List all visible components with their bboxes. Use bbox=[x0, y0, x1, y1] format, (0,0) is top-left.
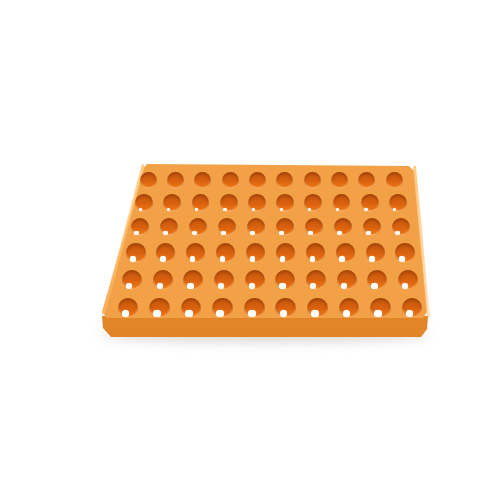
hole-r3c4 bbox=[218, 218, 237, 237]
hole-r2c10 bbox=[389, 194, 407, 212]
hole-r4c6 bbox=[276, 243, 295, 262]
hole-r3c8 bbox=[334, 218, 353, 237]
through-hole-dot bbox=[216, 310, 224, 318]
hole-r5c4 bbox=[214, 270, 234, 290]
hole-r3c5 bbox=[247, 218, 266, 237]
hole-r2c8 bbox=[333, 194, 351, 212]
hole-r2c4 bbox=[220, 194, 238, 212]
through-hole-dot bbox=[252, 208, 255, 211]
hole-r1c7 bbox=[304, 172, 321, 189]
hole-r4c4 bbox=[216, 243, 235, 262]
through-hole-dot bbox=[339, 256, 344, 261]
hole-r4c2 bbox=[156, 243, 175, 262]
through-hole-dot bbox=[279, 283, 285, 289]
hole-r3c1 bbox=[131, 218, 150, 237]
through-hole-dot bbox=[250, 256, 255, 261]
hole-r3c6 bbox=[276, 218, 295, 237]
hole-r6c9 bbox=[370, 298, 391, 319]
hole-r6c10 bbox=[402, 298, 423, 319]
hole-r6c3 bbox=[181, 298, 202, 319]
hole-r4c3 bbox=[186, 243, 205, 262]
product-photo-canvas bbox=[0, 0, 500, 500]
hole-r1c8 bbox=[331, 172, 348, 189]
through-hole-dot bbox=[223, 208, 226, 211]
through-hole-dot bbox=[130, 256, 135, 261]
hole-r6c6 bbox=[275, 298, 296, 319]
through-hole-dot bbox=[185, 310, 193, 318]
hole-r1c1 bbox=[140, 172, 157, 189]
hole-r5c9 bbox=[367, 270, 387, 290]
through-hole-dot bbox=[192, 231, 196, 235]
hole-r6c7 bbox=[307, 298, 328, 319]
through-hole-dot bbox=[395, 231, 399, 235]
through-hole-dot bbox=[393, 208, 396, 211]
hole-r1c10 bbox=[386, 172, 403, 189]
hole-r1c3 bbox=[194, 172, 211, 189]
through-hole-dot bbox=[160, 256, 165, 261]
through-hole-dot bbox=[250, 231, 254, 235]
hole-r4c8 bbox=[336, 243, 355, 262]
through-hole-dot bbox=[280, 310, 288, 318]
hole-r1c2 bbox=[167, 172, 184, 189]
hole-r1c5 bbox=[249, 172, 266, 189]
hole-r2c6 bbox=[276, 194, 294, 212]
hole-r5c2 bbox=[153, 270, 173, 290]
hole-r6c8 bbox=[339, 298, 360, 319]
hole-r2c1 bbox=[135, 194, 153, 212]
hole-r5c1 bbox=[122, 270, 142, 290]
hole-r5c8 bbox=[337, 270, 357, 290]
hole-r5c7 bbox=[306, 270, 326, 290]
through-hole-dot bbox=[402, 283, 408, 289]
hole-r3c3 bbox=[189, 218, 208, 237]
through-hole-dot bbox=[249, 283, 255, 289]
hole-r1c4 bbox=[222, 172, 239, 189]
through-hole-dot bbox=[220, 256, 225, 261]
through-hole-dot bbox=[153, 310, 161, 318]
hole-r4c10 bbox=[395, 243, 414, 262]
through-hole-dot bbox=[139, 208, 142, 211]
through-hole-dot bbox=[310, 283, 316, 289]
through-hole-dot bbox=[310, 256, 315, 261]
hole-r4c1 bbox=[126, 243, 145, 262]
through-hole-dot bbox=[157, 283, 163, 289]
hole-r2c3 bbox=[192, 194, 210, 212]
through-hole-dot bbox=[122, 310, 130, 318]
through-hole-dot bbox=[369, 256, 374, 261]
through-hole-dot bbox=[280, 256, 285, 261]
through-hole-dot bbox=[406, 310, 414, 318]
hole-r6c2 bbox=[149, 298, 170, 319]
hole-r4c9 bbox=[366, 243, 385, 262]
through-hole-dot bbox=[187, 283, 193, 289]
hole-r5c5 bbox=[245, 270, 265, 290]
through-hole-dot bbox=[279, 231, 283, 235]
through-hole-dot bbox=[221, 231, 225, 235]
through-hole-dot bbox=[337, 231, 341, 235]
hole-r5c10 bbox=[398, 270, 418, 290]
hole-r6c1 bbox=[118, 298, 139, 319]
hole-r2c2 bbox=[163, 194, 181, 212]
hole-r3c9 bbox=[363, 218, 382, 237]
hole-r4c7 bbox=[306, 243, 325, 262]
hole-r2c5 bbox=[248, 194, 266, 212]
through-hole-dot bbox=[341, 283, 347, 289]
through-hole-dot bbox=[399, 256, 404, 261]
through-hole-dot bbox=[167, 208, 170, 211]
through-hole-dot bbox=[218, 283, 224, 289]
hole-r4c5 bbox=[246, 243, 265, 262]
through-hole-dot bbox=[163, 231, 167, 235]
through-hole-dot bbox=[343, 310, 351, 318]
through-hole-dot bbox=[190, 256, 195, 261]
hole-r2c7 bbox=[304, 194, 322, 212]
hole-r3c7 bbox=[305, 218, 324, 237]
through-hole-dot bbox=[308, 208, 311, 211]
hole-r5c6 bbox=[275, 270, 295, 290]
through-hole-dot bbox=[366, 231, 370, 235]
through-hole-dot bbox=[126, 283, 132, 289]
through-hole-dot bbox=[364, 208, 367, 211]
hole-r3c2 bbox=[160, 218, 179, 237]
hole-r1c9 bbox=[358, 172, 375, 189]
through-hole-dot bbox=[280, 208, 283, 211]
through-hole-dot bbox=[308, 231, 312, 235]
through-hole-dot bbox=[195, 208, 198, 211]
tray-holes-grid bbox=[0, 0, 500, 500]
through-hole-dot bbox=[248, 310, 256, 318]
hole-r6c4 bbox=[212, 298, 233, 319]
hole-r6c5 bbox=[244, 298, 265, 319]
hole-r5c3 bbox=[183, 270, 203, 290]
through-hole-dot bbox=[336, 208, 339, 211]
through-hole-dot bbox=[374, 310, 382, 318]
hole-r1c6 bbox=[276, 172, 293, 189]
hole-r2c9 bbox=[361, 194, 379, 212]
through-hole-dot bbox=[134, 231, 138, 235]
hole-r3c10 bbox=[392, 218, 411, 237]
through-hole-dot bbox=[371, 283, 377, 289]
through-hole-dot bbox=[311, 310, 319, 318]
